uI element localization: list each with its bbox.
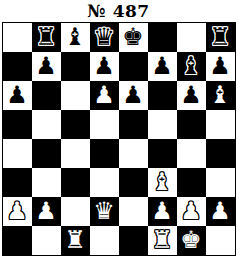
square-e6: ♟	[119, 81, 148, 110]
puzzle-number: № 487	[0, 1, 237, 21]
square-c7	[61, 52, 90, 81]
square-h2: ♟	[206, 197, 235, 226]
square-g1: ♚	[177, 226, 206, 255]
square-c5	[61, 110, 90, 139]
square-c8: ♝	[61, 23, 90, 52]
square-g4	[177, 139, 206, 168]
black-pawn-a6: ♟	[6, 81, 28, 110]
square-a5	[3, 110, 32, 139]
square-d4	[90, 139, 119, 168]
square-f1: ♜	[148, 226, 177, 255]
square-e2	[119, 197, 148, 226]
black-rook-h8: ♜	[209, 23, 231, 52]
black-bishop-c8: ♝	[64, 23, 86, 52]
white-bishop-f3: ♝	[151, 168, 173, 197]
square-c3	[61, 168, 90, 197]
square-b7: ♟	[32, 52, 61, 81]
square-c4	[61, 139, 90, 168]
square-a3	[3, 168, 32, 197]
black-rook-b8: ♜	[35, 23, 57, 52]
black-pawn-e6: ♟	[122, 81, 144, 110]
square-b1	[32, 226, 61, 255]
square-g2: ♟	[177, 197, 206, 226]
square-b5	[32, 110, 61, 139]
square-a2: ♟	[3, 197, 32, 226]
white-rook-c1: ♜	[64, 226, 86, 255]
square-b4	[32, 139, 61, 168]
black-pawn-d7: ♟	[93, 52, 115, 81]
white-pawn-d6: ♟	[93, 81, 115, 110]
square-e4	[119, 139, 148, 168]
square-a6: ♟	[3, 81, 32, 110]
square-d5	[90, 110, 119, 139]
white-queen-d2: ♛	[93, 197, 115, 226]
square-f4	[148, 139, 177, 168]
square-d8: ♛	[90, 23, 119, 52]
square-f8	[148, 23, 177, 52]
square-f5	[148, 110, 177, 139]
square-g6: ♟	[177, 81, 206, 110]
square-h8: ♜	[206, 23, 235, 52]
white-bishop-h6: ♝	[209, 81, 231, 110]
square-b6	[32, 81, 61, 110]
square-d3	[90, 168, 119, 197]
square-g8	[177, 23, 206, 52]
chess-board: ♜♝♛♚♜♟♟♟♝♟♟♟♟♟♝♝♟♟♛♟♟♟♜♜♚	[2, 22, 236, 256]
square-b8: ♜	[32, 23, 61, 52]
square-e8: ♚	[119, 23, 148, 52]
black-queen-d8: ♛	[93, 23, 115, 52]
square-g7: ♝	[177, 52, 206, 81]
square-f7: ♟	[148, 52, 177, 81]
square-d6: ♟	[90, 81, 119, 110]
white-pawn-f2: ♟	[151, 197, 173, 226]
square-b3	[32, 168, 61, 197]
square-e7	[119, 52, 148, 81]
square-h6: ♝	[206, 81, 235, 110]
white-pawn-h2: ♟	[209, 197, 231, 226]
square-a4	[3, 139, 32, 168]
chess-diagram: № 487 ♜♝♛♚♜♟♟♟♝♟♟♟♟♟♝♝♟♟♛♟♟♟♜♜♚	[0, 1, 237, 256]
square-e1	[119, 226, 148, 255]
square-f6	[148, 81, 177, 110]
white-king-g1: ♚	[180, 226, 202, 255]
square-h4	[206, 139, 235, 168]
square-f2: ♟	[148, 197, 177, 226]
square-h5	[206, 110, 235, 139]
square-g5	[177, 110, 206, 139]
black-pawn-b7: ♟	[35, 52, 57, 81]
square-d2: ♛	[90, 197, 119, 226]
square-a7	[3, 52, 32, 81]
white-rook-f1: ♜	[151, 226, 173, 255]
square-h7: ♟	[206, 52, 235, 81]
square-h1	[206, 226, 235, 255]
square-h3	[206, 168, 235, 197]
square-a8	[3, 23, 32, 52]
white-pawn-g2: ♟	[180, 197, 202, 226]
square-d1	[90, 226, 119, 255]
white-pawn-a2: ♟	[6, 197, 28, 226]
square-e5	[119, 110, 148, 139]
white-pawn-b2: ♟	[35, 197, 57, 226]
square-e3	[119, 168, 148, 197]
black-bishop-g7: ♝	[180, 52, 202, 81]
square-a1	[3, 226, 32, 255]
black-pawn-h7: ♟	[209, 52, 231, 81]
black-king-e8: ♚	[122, 23, 144, 52]
square-c1: ♜	[61, 226, 90, 255]
square-d7: ♟	[90, 52, 119, 81]
black-pawn-g6: ♟	[180, 81, 202, 110]
square-c6	[61, 81, 90, 110]
black-pawn-f7: ♟	[151, 52, 173, 81]
square-c2	[61, 197, 90, 226]
square-b2: ♟	[32, 197, 61, 226]
square-f3: ♝	[148, 168, 177, 197]
square-g3	[177, 168, 206, 197]
